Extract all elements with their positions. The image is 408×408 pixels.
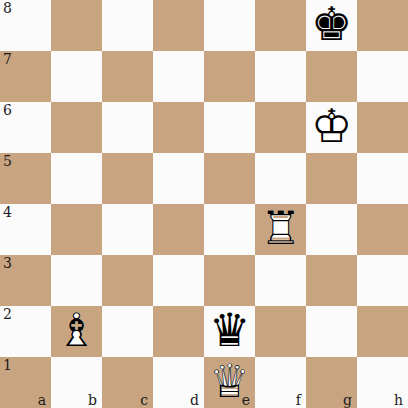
rank-label-1: 1 [3,357,12,373]
square-g6[interactable]: ♚♔ [306,102,357,153]
square-h7[interactable] [357,51,408,102]
file-label-a: a [38,392,46,408]
square-h4[interactable] [357,204,408,255]
square-a6[interactable]: 6 [0,102,51,153]
chess-board-wrap: 8♚76♚♔54♜♖32♝♗♛1abcde♛♕fgh [0,0,408,408]
square-f7[interactable] [255,51,306,102]
square-f4[interactable]: ♜♖ [255,204,306,255]
square-g1[interactable]: g [306,357,357,408]
white-bishop-outline-glyph: ♗ [56,307,97,353]
square-h6[interactable] [357,102,408,153]
square-a8[interactable]: 8 [0,0,51,51]
square-g4[interactable] [306,204,357,255]
square-d8[interactable] [153,0,204,51]
square-f1[interactable]: f [255,357,306,408]
square-e2[interactable]: ♛ [204,306,255,357]
black-king-glyph: ♚ [311,1,352,47]
square-b8[interactable] [51,0,102,51]
white-king[interactable]: ♚♔ [306,102,357,153]
square-g7[interactable] [306,51,357,102]
file-label-g: g [343,392,352,408]
square-c3[interactable] [102,255,153,306]
rank-label-6: 6 [3,102,12,118]
rank-label-4: 4 [3,204,12,220]
square-b4[interactable] [51,204,102,255]
rank-label-7: 7 [3,51,12,67]
black-king[interactable]: ♚ [306,0,357,51]
square-g5[interactable] [306,153,357,204]
square-b3[interactable] [51,255,102,306]
square-d7[interactable] [153,51,204,102]
rank-label-2: 2 [3,306,12,322]
square-d1[interactable]: d [153,357,204,408]
square-e8[interactable] [204,0,255,51]
black-queen-glyph: ♛ [209,307,250,353]
white-queen[interactable]: ♛♕ [204,357,255,408]
square-c1[interactable]: c [102,357,153,408]
square-h3[interactable] [357,255,408,306]
square-d3[interactable] [153,255,204,306]
square-g3[interactable] [306,255,357,306]
chess-board: 8♚76♚♔54♜♖32♝♗♛1abcde♛♕fgh [0,0,408,408]
square-b7[interactable] [51,51,102,102]
square-c8[interactable] [102,0,153,51]
square-c6[interactable] [102,102,153,153]
square-d6[interactable] [153,102,204,153]
square-a4[interactable]: 4 [0,204,51,255]
square-h5[interactable] [357,153,408,204]
square-b2[interactable]: ♝♗ [51,306,102,357]
file-label-c: c [140,392,148,408]
square-g8[interactable]: ♚ [306,0,357,51]
square-e1[interactable]: e♛♕ [204,357,255,408]
file-label-f: f [296,392,301,408]
square-c7[interactable] [102,51,153,102]
square-f5[interactable] [255,153,306,204]
rank-label-5: 5 [3,153,12,169]
file-label-d: d [190,392,199,408]
square-f6[interactable] [255,102,306,153]
file-label-b: b [88,392,97,408]
square-b5[interactable] [51,153,102,204]
square-a2[interactable]: 2 [0,306,51,357]
square-d5[interactable] [153,153,204,204]
square-a5[interactable]: 5 [0,153,51,204]
square-h2[interactable] [357,306,408,357]
square-e6[interactable] [204,102,255,153]
white-rook[interactable]: ♜♖ [255,204,306,255]
white-rook-outline-glyph: ♖ [260,205,301,251]
square-f2[interactable] [255,306,306,357]
square-a3[interactable]: 3 [0,255,51,306]
square-e3[interactable] [204,255,255,306]
square-e4[interactable] [204,204,255,255]
square-f8[interactable] [255,0,306,51]
square-a7[interactable]: 7 [0,51,51,102]
file-label-h: h [394,392,403,408]
white-king-outline-glyph: ♔ [311,103,352,149]
square-a1[interactable]: 1a [0,357,51,408]
square-f3[interactable] [255,255,306,306]
square-c2[interactable] [102,306,153,357]
square-d4[interactable] [153,204,204,255]
square-h8[interactable] [357,0,408,51]
square-c5[interactable] [102,153,153,204]
white-bishop[interactable]: ♝♗ [51,306,102,357]
square-e5[interactable] [204,153,255,204]
square-b6[interactable] [51,102,102,153]
square-b1[interactable]: b [51,357,102,408]
square-d2[interactable] [153,306,204,357]
square-c4[interactable] [102,204,153,255]
black-queen[interactable]: ♛ [204,306,255,357]
square-h1[interactable]: h [357,357,408,408]
square-g2[interactable] [306,306,357,357]
white-queen-outline-glyph: ♕ [209,358,250,404]
square-e7[interactable] [204,51,255,102]
rank-label-8: 8 [3,0,12,16]
rank-label-3: 3 [3,255,12,271]
